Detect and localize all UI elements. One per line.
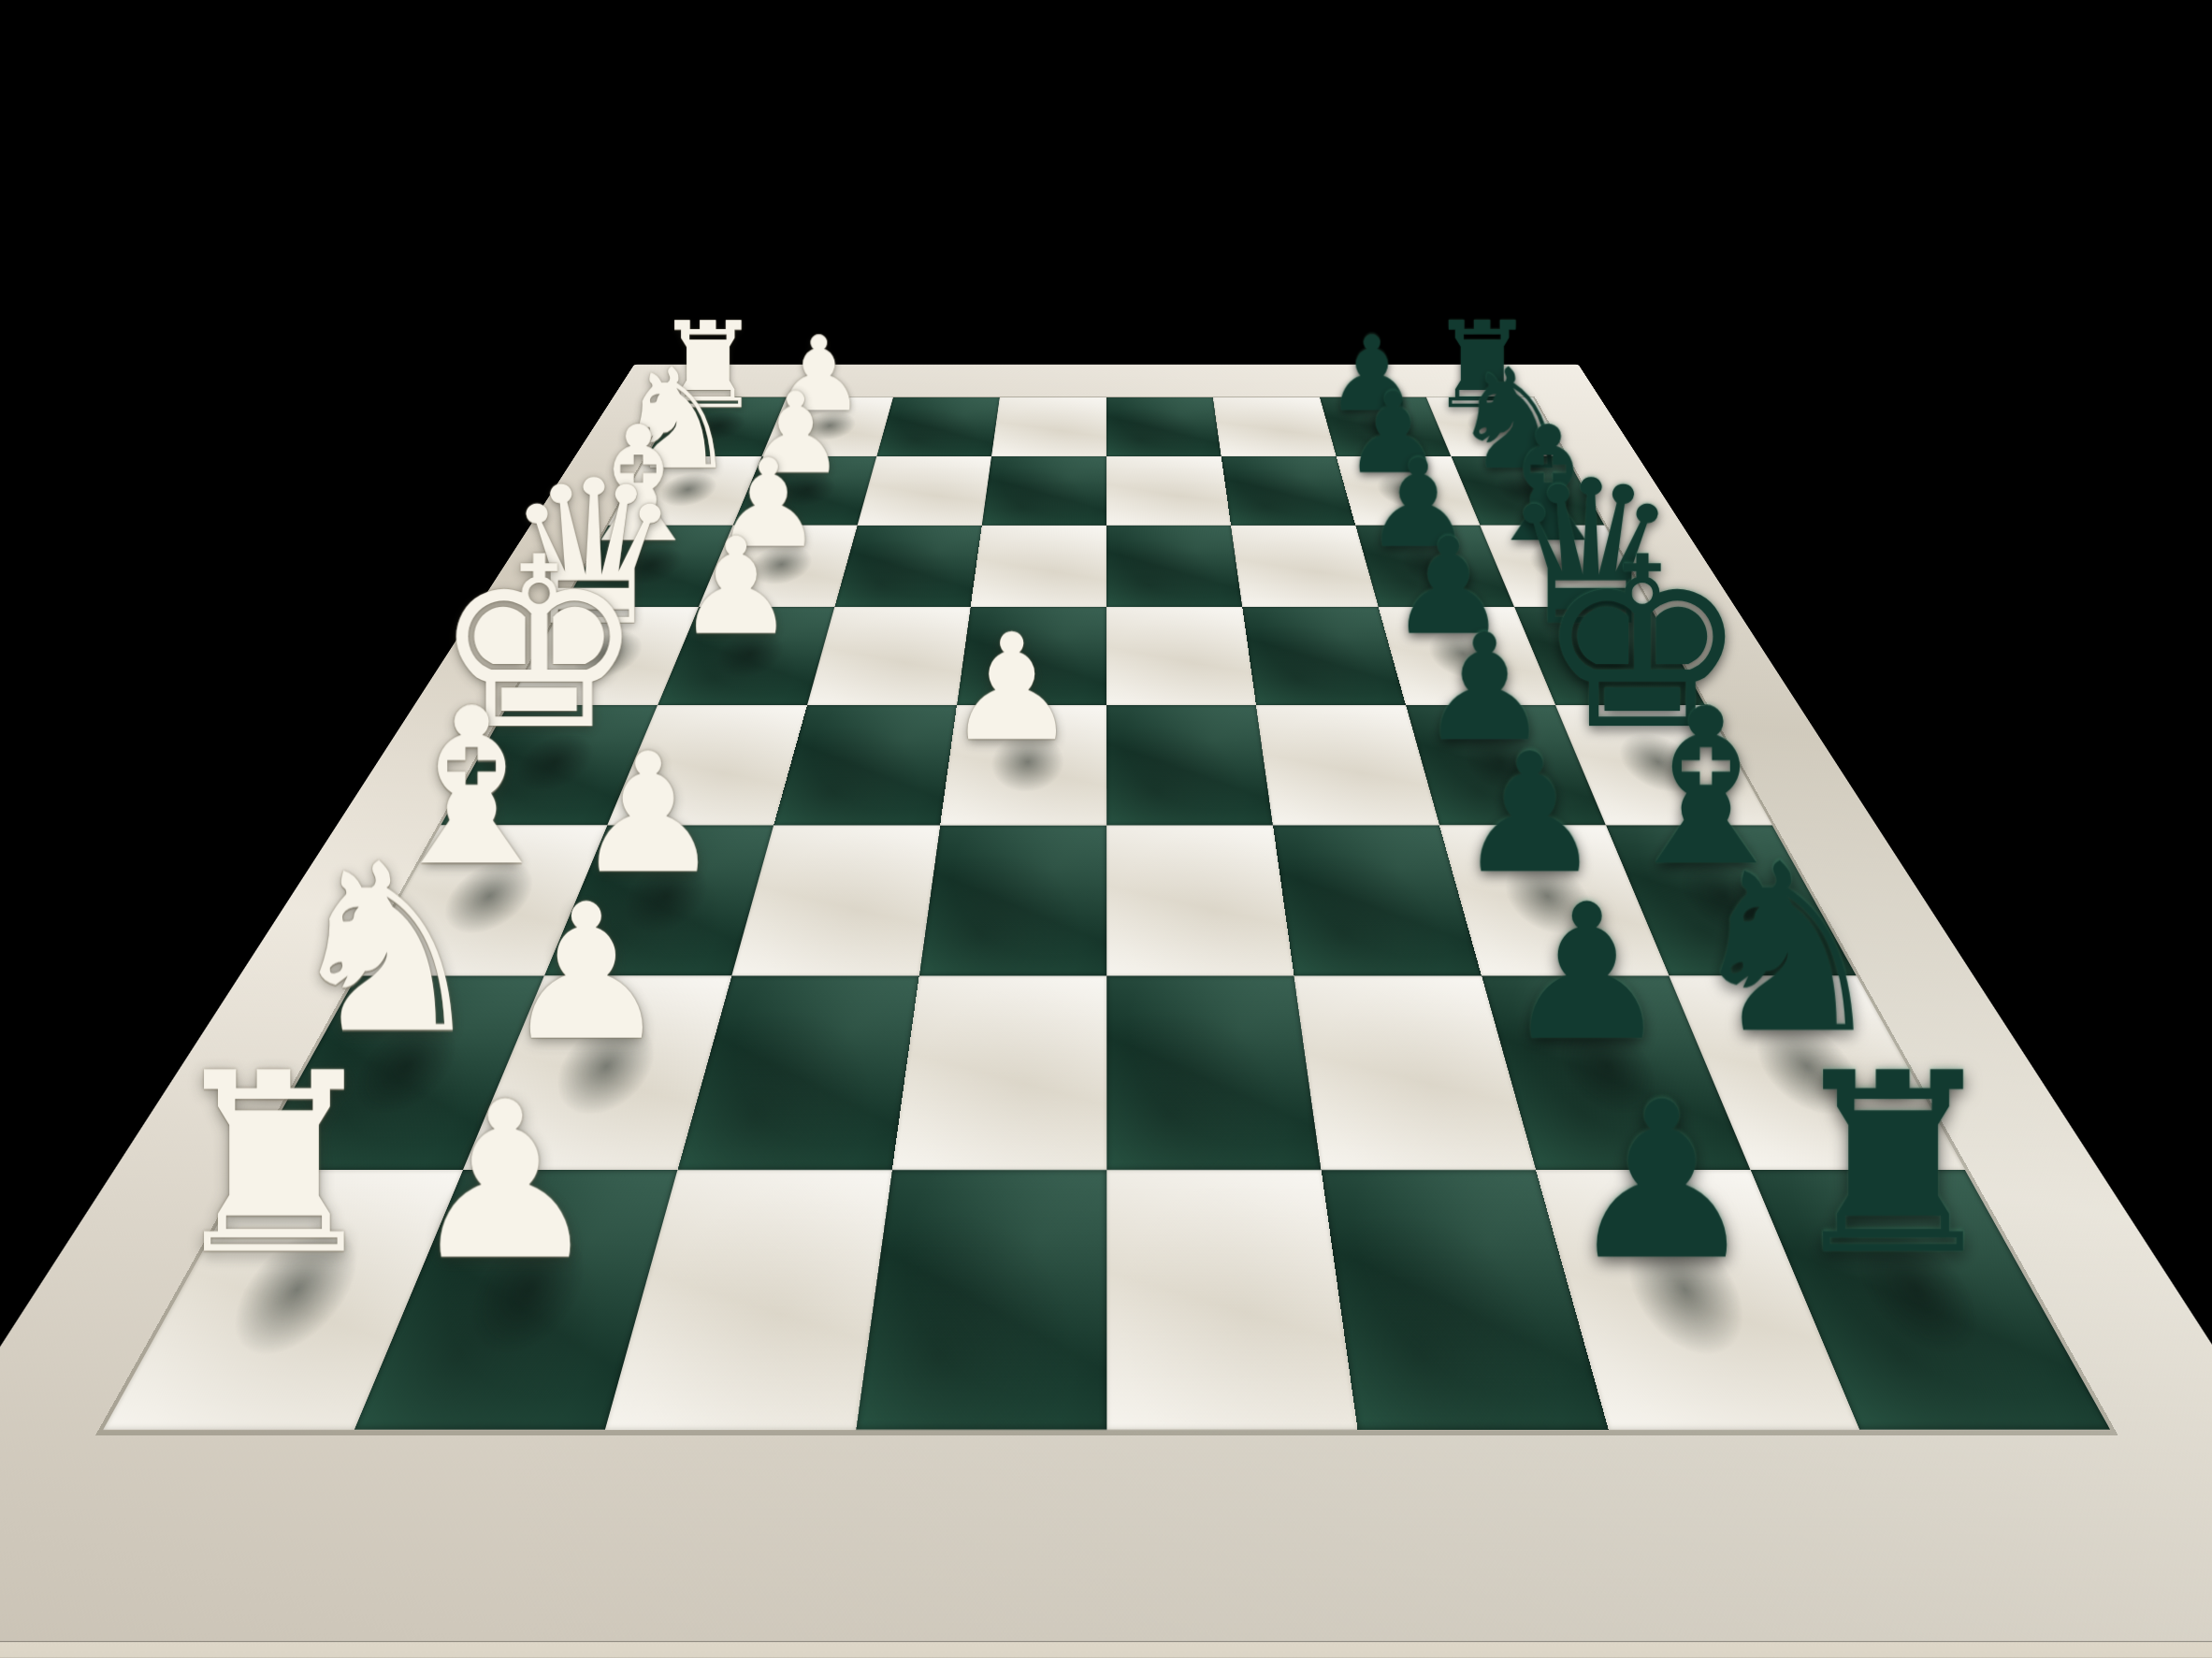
square-e5 (1106, 705, 1273, 825)
square-d7: ♟ (1378, 607, 1554, 705)
chess-board: ♜♞♝♛♚♝♞♜♟♟♟♟♟♟♟♟♟♟♟♟♟♟♟♟♜♞♝♛♚♝♞♜ (103, 396, 2110, 1429)
piece-white-rook: ♜ (618, 307, 798, 425)
square-a3 (876, 396, 1000, 455)
square-g4 (891, 975, 1106, 1169)
photo-background: ♜♞♝♛♚♝♞♜♟♟♟♟♟♟♟♟♟♟♟♟♟♟♟♟♜♞♝♛♚♝♞♜ (0, 0, 2212, 1658)
square-a1: ♜ (646, 396, 786, 455)
square-d5 (1106, 607, 1256, 705)
square-e4: ♟ (940, 705, 1106, 825)
square-g5 (1106, 975, 1321, 1169)
square-f8: ♝ (1605, 825, 1856, 975)
square-a6 (1213, 396, 1337, 455)
square-f4 (918, 825, 1106, 975)
square-f5 (1106, 825, 1294, 975)
square-c4 (970, 525, 1106, 606)
square-d4 (957, 607, 1106, 705)
square-b3 (857, 456, 990, 526)
square-a5 (1106, 396, 1222, 455)
square-h5 (1106, 1169, 1357, 1429)
square-a4 (991, 396, 1106, 455)
square-c5 (1106, 525, 1242, 606)
square-h4 (855, 1169, 1106, 1429)
square-b4 (981, 456, 1106, 526)
square-d2: ♟ (658, 607, 834, 705)
square-b5 (1106, 456, 1231, 526)
board-frame: ♜♞♝♛♚♝♞♜♟♟♟♟♟♟♟♟♟♟♟♟♟♟♟♟♜♞♝♛♚♝♞♜ (0, 364, 2212, 1640)
square-d3 (807, 607, 971, 705)
square-b6 (1221, 456, 1354, 526)
square-d6 (1242, 607, 1406, 705)
square-f1: ♝ (356, 825, 607, 975)
square-c6 (1231, 525, 1379, 606)
square-c3 (834, 525, 982, 606)
scene: ♜♞♝♛♚♝♞♜♟♟♟♟♟♟♟♟♟♟♟♟♟♟♟♟♜♞♝♛♚♝♞♜ (0, 0, 2212, 1658)
